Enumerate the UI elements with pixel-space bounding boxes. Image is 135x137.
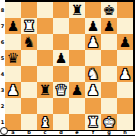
square-d8[interactable]: [53, 2, 69, 18]
square-a5[interactable]: ♛: [5, 50, 21, 66]
square-d1[interactable]: [53, 114, 69, 130]
square-e4[interactable]: [69, 66, 85, 82]
square-a7[interactable]: ♟: [5, 18, 21, 34]
square-h2[interactable]: [117, 98, 133, 114]
square-f6[interactable]: ♟: [85, 34, 101, 50]
piece-white-king[interactable]: ♚: [101, 114, 117, 130]
square-b5[interactable]: [21, 50, 37, 66]
square-h6[interactable]: ♟: [117, 34, 133, 50]
piece-black-rook[interactable]: ♜: [69, 2, 85, 18]
square-c5[interactable]: [37, 50, 53, 66]
square-b2[interactable]: [21, 98, 37, 114]
board-frame: ♜♚♟♜♟♟♞♟♟♛♟♞♟♟♜♛♟♟♝♜♚: [5, 0, 135, 131]
piece-black-king[interactable]: ♚: [101, 2, 117, 18]
square-c3[interactable]: ♜: [37, 82, 53, 98]
square-b1[interactable]: [21, 114, 37, 130]
piece-black-pawn[interactable]: ♟: [101, 18, 117, 34]
piece-white-pawn[interactable]: ♟: [85, 34, 101, 50]
square-g4[interactable]: [101, 66, 117, 82]
square-b8[interactable]: [21, 2, 37, 18]
chess-board: ♜♚♟♜♟♟♞♟♟♛♟♞♟♟♜♛♟♟♝♜♚: [5, 2, 133, 130]
square-g8[interactable]: ♚: [101, 2, 117, 18]
square-e3[interactable]: ♟: [69, 82, 85, 98]
square-a3[interactable]: ♟: [5, 82, 21, 98]
square-c2[interactable]: [37, 98, 53, 114]
square-e6[interactable]: [69, 34, 85, 50]
square-c8[interactable]: [37, 2, 53, 18]
square-f1[interactable]: ♜: [85, 114, 101, 130]
square-b3[interactable]: [21, 82, 37, 98]
square-e8[interactable]: ♜: [69, 2, 85, 18]
chess-diagram: 87654321 ♜♚♟♜♟♟♞♟♟♛♟♞♟♟♜♛♟♟♝♜♚ abcdefgh: [0, 0, 135, 136]
square-d6[interactable]: [53, 34, 69, 50]
square-f8[interactable]: [85, 2, 101, 18]
side-to-move-indicator: [0, 127, 8, 135]
square-g7[interactable]: ♟: [101, 18, 117, 34]
square-c6[interactable]: [37, 34, 53, 50]
piece-white-pawn[interactable]: ♟: [5, 82, 21, 98]
square-b7[interactable]: ♜: [21, 18, 37, 34]
square-h8[interactable]: [117, 2, 133, 18]
piece-black-queen[interactable]: ♛: [5, 50, 21, 66]
piece-white-queen[interactable]: ♛: [53, 82, 69, 98]
square-g2[interactable]: [101, 98, 117, 114]
square-b4[interactable]: [21, 66, 37, 82]
square-f7[interactable]: ♟: [85, 18, 101, 34]
square-a8[interactable]: [5, 2, 21, 18]
square-f3[interactable]: ♟: [85, 82, 101, 98]
piece-white-pawn[interactable]: ♟: [85, 82, 101, 98]
square-g3[interactable]: [101, 82, 117, 98]
square-c7[interactable]: [37, 18, 53, 34]
square-f5[interactable]: [85, 50, 101, 66]
square-h4[interactable]: ♟: [117, 66, 133, 82]
square-a6[interactable]: [5, 34, 21, 50]
square-b6[interactable]: ♞: [21, 34, 37, 50]
bottom-border: [0, 135, 135, 137]
square-d4[interactable]: [53, 66, 69, 82]
square-h3[interactable]: [117, 82, 133, 98]
square-h7[interactable]: [117, 18, 133, 34]
square-d3[interactable]: ♛: [53, 82, 69, 98]
square-g1[interactable]: ♚: [101, 114, 117, 130]
piece-white-bishop[interactable]: ♝: [37, 114, 53, 130]
square-d7[interactable]: [53, 18, 69, 34]
piece-black-pawn[interactable]: ♟: [117, 34, 133, 50]
square-c4[interactable]: [37, 66, 53, 82]
square-a1[interactable]: [5, 114, 21, 130]
square-c1[interactable]: ♝: [37, 114, 53, 130]
square-e2[interactable]: [69, 98, 85, 114]
square-e5[interactable]: [69, 50, 85, 66]
square-g6[interactable]: [101, 34, 117, 50]
square-h5[interactable]: [117, 50, 133, 66]
piece-white-rook[interactable]: ♜: [85, 114, 101, 130]
piece-black-pawn[interactable]: ♟: [69, 82, 85, 98]
piece-black-pawn[interactable]: ♟: [85, 18, 101, 34]
piece-white-rook[interactable]: ♜: [21, 18, 37, 34]
piece-black-pawn[interactable]: ♟: [5, 18, 21, 34]
square-e7[interactable]: [69, 18, 85, 34]
square-a4[interactable]: [5, 66, 21, 82]
piece-black-knight[interactable]: ♞: [21, 34, 37, 50]
square-f4[interactable]: ♞: [85, 66, 101, 82]
piece-black-pawn[interactable]: ♟: [53, 50, 69, 66]
square-h1[interactable]: [117, 114, 133, 130]
piece-white-knight[interactable]: ♞: [85, 66, 101, 82]
piece-black-rook[interactable]: ♜: [37, 82, 53, 98]
square-e1[interactable]: [69, 114, 85, 130]
square-g5[interactable]: [101, 50, 117, 66]
square-a2[interactable]: [5, 98, 21, 114]
piece-white-pawn[interactable]: ♟: [117, 66, 133, 82]
square-d2[interactable]: [53, 98, 69, 114]
square-d5[interactable]: ♟: [53, 50, 69, 66]
square-f2[interactable]: [85, 98, 101, 114]
